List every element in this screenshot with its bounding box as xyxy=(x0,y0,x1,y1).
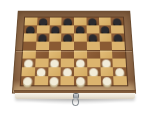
board-square xyxy=(99,42,112,50)
board-square xyxy=(87,76,100,85)
checker-white: ● xyxy=(115,68,125,76)
board-square xyxy=(113,76,127,85)
board-square xyxy=(87,59,100,68)
board-square xyxy=(21,67,35,76)
board-square xyxy=(98,18,111,26)
board-square: ● xyxy=(48,59,61,68)
product-photo-scene: ●●●●●●●●●●●●●●●●●●●●●●●● xyxy=(0,0,150,113)
board-square: ● xyxy=(36,33,49,41)
board-square: ● xyxy=(61,33,74,41)
board-square: ● xyxy=(37,18,50,26)
checker-black: ● xyxy=(113,34,123,41)
board-square: ● xyxy=(35,67,48,76)
board-square: ● xyxy=(99,25,112,33)
board-square xyxy=(48,67,61,76)
checker-black: ● xyxy=(100,26,110,33)
board-square xyxy=(111,25,124,33)
board-square: ● xyxy=(22,59,35,68)
board-square: ● xyxy=(113,67,127,76)
checker-white: ● xyxy=(36,68,46,76)
board-square: ● xyxy=(111,33,124,41)
board-square xyxy=(61,42,74,50)
checker-black: ● xyxy=(38,34,48,41)
drop-shadow xyxy=(20,99,130,105)
board-square xyxy=(113,59,126,68)
checker-black: ● xyxy=(51,26,61,33)
board-square xyxy=(74,50,87,59)
board-square xyxy=(61,76,74,85)
checker-black: ● xyxy=(38,18,48,25)
board-square: ● xyxy=(74,76,87,85)
checker-white: ● xyxy=(76,59,86,67)
checker-white: ● xyxy=(62,68,72,76)
board-square xyxy=(62,25,74,33)
board-square: ● xyxy=(74,59,87,68)
board-square: ● xyxy=(24,25,37,33)
board-square xyxy=(74,18,86,26)
fold-seam-line xyxy=(16,50,132,51)
checker-black: ● xyxy=(76,26,85,33)
board-square xyxy=(22,50,35,59)
board-square: ● xyxy=(21,76,35,85)
board-square xyxy=(112,42,125,50)
board-square: ● xyxy=(87,67,100,76)
board-square xyxy=(48,50,61,59)
board-frame: ●●●●●●●●●●●●●●●●●●●●●●●● xyxy=(12,11,136,94)
board-square xyxy=(100,50,113,59)
board-square xyxy=(112,50,125,59)
checker-black: ● xyxy=(63,34,73,41)
board-square xyxy=(49,18,61,26)
board-square: ● xyxy=(86,18,98,26)
checker-white: ● xyxy=(76,77,86,85)
checker-black: ● xyxy=(26,26,36,33)
checker-white: ● xyxy=(50,59,60,67)
board-square xyxy=(100,67,113,76)
board-square xyxy=(74,33,87,41)
board-square: ● xyxy=(111,18,124,26)
board-square: ● xyxy=(49,25,62,33)
board-square xyxy=(25,18,38,26)
board-square: ● xyxy=(61,67,74,76)
board-square xyxy=(49,42,62,50)
checker-black: ● xyxy=(63,18,72,25)
board-inner-border: ●●●●●●●●●●●●●●●●●●●●●●●● xyxy=(20,17,129,87)
checker-white: ● xyxy=(49,77,59,85)
board-square xyxy=(49,33,62,41)
checker-white: ● xyxy=(22,77,32,85)
board-square xyxy=(37,25,50,33)
board-square xyxy=(74,67,87,76)
board-square xyxy=(99,33,112,41)
board-square xyxy=(61,59,74,68)
board-square xyxy=(24,33,37,41)
board-square xyxy=(87,50,100,59)
checker-white: ● xyxy=(24,59,34,67)
board-square xyxy=(35,50,48,59)
checker-white: ● xyxy=(89,68,99,76)
board-square xyxy=(86,25,99,33)
board-square: ● xyxy=(74,25,86,33)
board-square: ● xyxy=(100,59,113,68)
board-square xyxy=(74,42,87,50)
board-square xyxy=(23,42,36,50)
checker-black: ● xyxy=(88,34,98,41)
board-square: ● xyxy=(100,76,114,85)
board-perspective-wrapper: ●●●●●●●●●●●●●●●●●●●●●●●● xyxy=(12,11,136,94)
checker-black: ● xyxy=(88,18,97,25)
board-square: ● xyxy=(62,18,74,26)
board-square xyxy=(87,42,100,50)
checkers-board: ●●●●●●●●●●●●●●●●●●●●●●●● xyxy=(21,18,127,86)
checker-white: ● xyxy=(102,77,112,85)
checker-black: ● xyxy=(112,18,122,25)
board-square xyxy=(61,50,74,59)
checker-white: ● xyxy=(101,59,111,67)
board-square xyxy=(34,76,48,85)
board-square xyxy=(36,42,49,50)
board-square xyxy=(35,59,48,68)
board-square: ● xyxy=(47,76,60,85)
board-square: ● xyxy=(86,33,99,41)
